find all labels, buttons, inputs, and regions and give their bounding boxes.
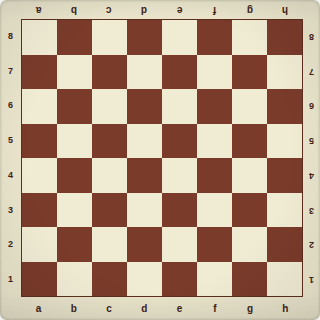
coordinate-label: 5	[8, 136, 13, 145]
rank-label-left-7: 7	[0, 54, 21, 89]
rank-label-right-4: 4	[303, 158, 320, 193]
square-b4	[57, 158, 92, 193]
square-e2	[162, 227, 197, 262]
file-label-top-f: f	[197, 0, 232, 19]
coordinate-label: 6	[309, 101, 314, 110]
rank-label-left-5: 5	[0, 123, 21, 158]
coordinate-label: b	[71, 304, 77, 314]
coordinate-label: g	[247, 5, 253, 15]
square-f1	[197, 262, 232, 297]
coordinate-label: b	[71, 5, 77, 15]
square-e5	[162, 124, 197, 159]
coordinate-label: 4	[8, 171, 13, 180]
square-a2	[22, 227, 57, 262]
rank-label-left-3: 3	[0, 193, 21, 228]
file-label-bottom-c: c	[92, 297, 127, 320]
file-label-bottom-a: a	[21, 297, 56, 320]
file-label-bottom-g: g	[233, 297, 268, 320]
square-d2	[127, 227, 162, 262]
square-g7	[232, 55, 267, 90]
file-label-bottom-f: f	[197, 297, 232, 320]
square-g6	[232, 89, 267, 124]
square-g4	[232, 158, 267, 193]
file-labels-bottom: abcdefgh	[21, 297, 303, 320]
coordinate-label: f	[213, 5, 216, 15]
coordinate-label: 3	[8, 206, 13, 215]
rank-labels-right: 87654321	[303, 19, 320, 297]
coordinate-label: g	[247, 304, 253, 314]
square-d7	[127, 55, 162, 90]
square-h2	[267, 227, 302, 262]
coordinate-label: h	[282, 304, 288, 314]
square-d4	[127, 158, 162, 193]
rank-label-right-1: 1	[303, 262, 320, 297]
square-a1	[22, 262, 57, 297]
square-h5	[267, 124, 302, 159]
coordinate-label: c	[106, 304, 112, 314]
square-d3	[127, 193, 162, 228]
rank-label-right-5: 5	[303, 123, 320, 158]
square-g2	[232, 227, 267, 262]
square-a4	[22, 158, 57, 193]
square-g5	[232, 124, 267, 159]
square-c5	[92, 124, 127, 159]
square-c1	[92, 262, 127, 297]
coordinate-label: 4	[309, 171, 314, 180]
square-f2	[197, 227, 232, 262]
coordinate-label: 8	[8, 32, 13, 41]
square-h1	[267, 262, 302, 297]
square-b5	[57, 124, 92, 159]
rank-label-left-8: 8	[0, 19, 21, 54]
coordinate-label: a	[36, 5, 42, 15]
square-e3	[162, 193, 197, 228]
coordinate-label: d	[141, 304, 147, 314]
square-b2	[57, 227, 92, 262]
square-a6	[22, 89, 57, 124]
file-labels-top: abcdefgh	[21, 0, 303, 19]
file-label-top-e: e	[162, 0, 197, 19]
coordinate-label: e	[177, 304, 183, 314]
coordinate-label: h	[282, 5, 288, 15]
rank-label-left-1: 1	[0, 262, 21, 297]
rank-label-right-8: 8	[303, 19, 320, 54]
square-b7	[57, 55, 92, 90]
square-f6	[197, 89, 232, 124]
square-g1	[232, 262, 267, 297]
square-g8	[232, 20, 267, 55]
square-c7	[92, 55, 127, 90]
square-b1	[57, 262, 92, 297]
rank-label-right-6: 6	[303, 89, 320, 124]
coordinate-label: 1	[309, 275, 314, 284]
coordinate-label: 5	[309, 136, 314, 145]
square-b8	[57, 20, 92, 55]
board-photo: abcdefgh abcdefgh 87654321 87654321	[0, 0, 320, 320]
square-c8	[92, 20, 127, 55]
square-h6	[267, 89, 302, 124]
coordinate-label: a	[36, 304, 42, 314]
coordinate-label: 2	[309, 240, 314, 249]
square-e6	[162, 89, 197, 124]
coordinate-label: 6	[8, 101, 13, 110]
square-f7	[197, 55, 232, 90]
square-f5	[197, 124, 232, 159]
rank-label-right-2: 2	[303, 228, 320, 263]
rank-labels-left: 87654321	[0, 19, 21, 297]
file-label-bottom-b: b	[56, 297, 91, 320]
square-g3	[232, 193, 267, 228]
coordinate-label: 7	[309, 67, 314, 76]
square-a8	[22, 20, 57, 55]
rank-label-right-3: 3	[303, 193, 320, 228]
square-e7	[162, 55, 197, 90]
file-label-bottom-h: h	[268, 297, 303, 320]
square-h7	[267, 55, 302, 90]
square-c4	[92, 158, 127, 193]
coordinate-label: d	[141, 5, 147, 15]
square-h4	[267, 158, 302, 193]
square-b6	[57, 89, 92, 124]
square-a5	[22, 124, 57, 159]
file-label-top-h: h	[268, 0, 303, 19]
square-a3	[22, 193, 57, 228]
square-h3	[267, 193, 302, 228]
square-f8	[197, 20, 232, 55]
coordinate-label: 1	[8, 275, 13, 284]
file-label-top-d: d	[127, 0, 162, 19]
coordinate-label: c	[106, 5, 112, 15]
square-f4	[197, 158, 232, 193]
rank-label-left-4: 4	[0, 158, 21, 193]
file-label-top-b: b	[56, 0, 91, 19]
square-c2	[92, 227, 127, 262]
rank-label-left-2: 2	[0, 228, 21, 263]
square-e1	[162, 262, 197, 297]
square-a7	[22, 55, 57, 90]
coordinate-label: f	[213, 304, 216, 314]
playing-grid	[21, 19, 303, 297]
square-d6	[127, 89, 162, 124]
file-label-bottom-e: e	[162, 297, 197, 320]
file-label-top-c: c	[92, 0, 127, 19]
square-e4	[162, 158, 197, 193]
rank-label-right-7: 7	[303, 54, 320, 89]
coordinate-label: e	[177, 5, 183, 15]
rank-label-left-6: 6	[0, 89, 21, 124]
square-c6	[92, 89, 127, 124]
coordinate-label: 8	[309, 32, 314, 41]
coordinate-label: 7	[8, 67, 13, 76]
square-e8	[162, 20, 197, 55]
square-b3	[57, 193, 92, 228]
coordinate-label: 2	[8, 240, 13, 249]
square-d1	[127, 262, 162, 297]
file-label-top-g: g	[233, 0, 268, 19]
coordinate-label: 3	[309, 206, 314, 215]
square-f3	[197, 193, 232, 228]
chess-board: abcdefgh abcdefgh 87654321 87654321	[0, 0, 320, 320]
file-label-bottom-d: d	[127, 297, 162, 320]
square-d8	[127, 20, 162, 55]
square-d5	[127, 124, 162, 159]
square-c3	[92, 193, 127, 228]
file-label-top-a: a	[21, 0, 56, 19]
square-h8	[267, 20, 302, 55]
